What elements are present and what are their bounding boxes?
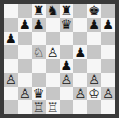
square-d3[interactable] <box>46 73 60 87</box>
square-c3[interactable] <box>32 73 46 87</box>
square-h6[interactable] <box>101 32 115 46</box>
square-d2[interactable] <box>46 87 60 101</box>
square-f4[interactable] <box>73 59 87 73</box>
square-a2[interactable] <box>4 87 18 101</box>
square-a1[interactable] <box>4 100 18 114</box>
square-d6[interactable] <box>46 32 60 46</box>
black-knight-icon: ♞ <box>47 4 59 17</box>
square-e1[interactable] <box>60 100 74 114</box>
square-f2[interactable]: ♙ <box>73 87 87 101</box>
square-f3[interactable] <box>73 73 87 87</box>
square-b4[interactable] <box>18 59 32 73</box>
white-pawn-icon: ♙ <box>47 45 59 58</box>
white-knight-icon: ♘ <box>33 45 45 58</box>
white-rook-icon: ♖ <box>47 100 59 113</box>
white-pawn-icon: ♙ <box>74 87 86 100</box>
black-queen-icon: ♛ <box>61 18 73 31</box>
square-e2[interactable] <box>60 87 74 101</box>
square-c8[interactable]: ♜ <box>32 4 46 18</box>
square-e3[interactable]: ♙ <box>60 73 74 87</box>
black-pawn-icon: ♟ <box>74 45 86 58</box>
square-c1[interactable]: ♖ <box>32 100 46 114</box>
square-b1[interactable] <box>18 100 32 114</box>
chess-diagram-frame: ♜♞♜♚♟♟♛♟♟♟♘♙♟♟♙♙♙♙♛♙♔♙♖♖ <box>0 0 119 118</box>
black-queen-icon: ♛ <box>33 87 45 100</box>
square-a5[interactable] <box>4 45 18 59</box>
square-g4[interactable] <box>87 59 101 73</box>
square-g7[interactable]: ♟ <box>87 18 101 32</box>
square-d7[interactable] <box>46 18 60 32</box>
black-rook-icon: ♜ <box>61 4 73 17</box>
square-d4[interactable] <box>46 59 60 73</box>
square-e4[interactable]: ♟ <box>60 59 74 73</box>
square-h8[interactable] <box>101 4 115 18</box>
square-d1[interactable]: ♖ <box>46 100 60 114</box>
white-pawn-icon: ♙ <box>102 87 114 100</box>
black-rook-icon: ♜ <box>33 4 45 17</box>
square-b6[interactable] <box>18 32 32 46</box>
white-king-icon: ♔ <box>88 87 100 100</box>
square-g3[interactable]: ♙ <box>87 73 101 87</box>
square-g8[interactable]: ♚ <box>87 4 101 18</box>
square-a6[interactable]: ♟ <box>4 32 18 46</box>
square-a7[interactable] <box>4 18 18 32</box>
black-pawn-icon: ♟ <box>88 18 100 31</box>
square-e5[interactable] <box>60 45 74 59</box>
square-f5[interactable]: ♟ <box>73 45 87 59</box>
square-g1[interactable] <box>87 100 101 114</box>
square-d5[interactable]: ♙ <box>46 45 60 59</box>
square-a3[interactable]: ♙ <box>4 73 18 87</box>
black-pawn-icon: ♟ <box>61 59 73 72</box>
white-rook-icon: ♖ <box>33 100 45 113</box>
square-h7[interactable]: ♟ <box>101 18 115 32</box>
black-king-icon: ♚ <box>88 4 100 17</box>
square-e8[interactable]: ♜ <box>60 4 74 18</box>
chess-board: ♜♞♜♚♟♟♛♟♟♟♘♙♟♟♙♙♙♙♛♙♔♙♖♖ <box>4 4 115 114</box>
square-f6[interactable] <box>73 32 87 46</box>
square-h5[interactable] <box>101 45 115 59</box>
square-b2[interactable]: ♙ <box>18 87 32 101</box>
square-b5[interactable] <box>18 45 32 59</box>
square-c6[interactable] <box>32 32 46 46</box>
white-pawn-icon: ♙ <box>19 87 31 100</box>
square-c7[interactable]: ♟ <box>32 18 46 32</box>
square-g2[interactable]: ♔ <box>87 87 101 101</box>
square-c2[interactable]: ♛ <box>32 87 46 101</box>
square-h4[interactable] <box>101 59 115 73</box>
square-f7[interactable] <box>73 18 87 32</box>
square-h2[interactable]: ♙ <box>101 87 115 101</box>
white-pawn-icon: ♙ <box>88 73 100 86</box>
square-e7[interactable]: ♛ <box>60 18 74 32</box>
square-b7[interactable]: ♟ <box>18 18 32 32</box>
black-pawn-icon: ♟ <box>5 32 17 45</box>
black-pawn-icon: ♟ <box>33 18 45 31</box>
square-b3[interactable] <box>18 73 32 87</box>
black-pawn-icon: ♟ <box>102 18 114 31</box>
square-c5[interactable]: ♘ <box>32 45 46 59</box>
square-f1[interactable] <box>73 100 87 114</box>
square-c4[interactable] <box>32 59 46 73</box>
square-a4[interactable] <box>4 59 18 73</box>
square-h3[interactable] <box>101 73 115 87</box>
white-pawn-icon: ♙ <box>5 73 17 86</box>
square-g6[interactable] <box>87 32 101 46</box>
square-b8[interactable] <box>18 4 32 18</box>
square-h1[interactable] <box>101 100 115 114</box>
square-f8[interactable] <box>73 4 87 18</box>
white-pawn-icon: ♙ <box>61 73 73 86</box>
square-d8[interactable]: ♞ <box>46 4 60 18</box>
square-g5[interactable] <box>87 45 101 59</box>
square-a8[interactable] <box>4 4 18 18</box>
square-e6[interactable] <box>60 32 74 46</box>
black-pawn-icon: ♟ <box>19 18 31 31</box>
